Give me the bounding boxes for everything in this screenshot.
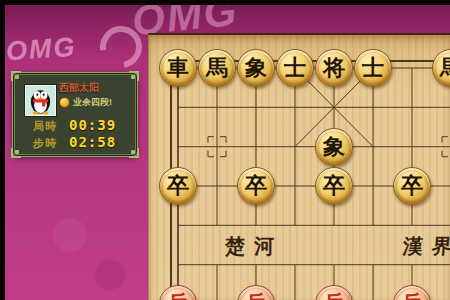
xiangqi-board[interactable]: 楚河 漢界 車馬象士将士馬象卒卒卒卒兵兵兵兵 (148, 33, 450, 300)
window-top-edge (0, 0, 450, 5)
step-timer-value: 02:58 (69, 134, 116, 150)
window-left-edge (0, 0, 5, 300)
panel-corner-ornament (129, 71, 139, 81)
rank-medal-icon (59, 97, 70, 108)
game-timer-value: 00:39 (69, 117, 116, 133)
game-timer-label: 局時 (33, 119, 61, 134)
timers: 局時 00:39 步時 02:58 (33, 117, 116, 151)
piece-black-士-5-0[interactable]: 士 (354, 49, 392, 87)
game-timer-row: 局時 00:39 (33, 117, 116, 134)
piece-black-車-0-0[interactable]: 車 (159, 49, 197, 87)
player-info-panel: 西部太阳 业余四段! 局時 00:39 步時 02:58 (12, 72, 138, 157)
piece-black-馬-1-0[interactable]: 馬 (198, 49, 236, 87)
rank-label: 业余四段! (73, 96, 112, 109)
step-timer-label: 步時 (33, 136, 61, 151)
qq-penguin-icon (25, 85, 56, 116)
piece-black-象-2-0[interactable]: 象 (237, 49, 275, 87)
panel-corner-ornament (11, 71, 21, 81)
player-rank: 业余四段! (59, 96, 112, 108)
avatar (24, 84, 57, 117)
piece-black-士-3-0[interactable]: 士 (276, 49, 314, 87)
piece-black-象-4-2[interactable]: 象 (315, 128, 353, 166)
panel-corner-ornament (11, 148, 21, 158)
piece-black-卒-2-3[interactable]: 卒 (237, 167, 275, 205)
river-label-chu: 楚河 (225, 233, 283, 260)
piece-black-卒-6-3[interactable]: 卒 (393, 167, 431, 205)
background-watermark: OMG (5, 32, 77, 68)
piece-black-卒-0-3[interactable]: 卒 (159, 167, 197, 205)
player-name: 西部太阳 (59, 81, 99, 95)
river-label-han: 漢界 (402, 233, 450, 260)
panel-corner-ornament (129, 148, 139, 158)
piece-black-卒-4-3[interactable]: 卒 (315, 167, 353, 205)
step-timer-row: 步時 02:58 (33, 134, 116, 151)
piece-black-将-4-0[interactable]: 将 (315, 49, 353, 87)
game-window: OMG OMG 西部太阳 业 (0, 0, 450, 300)
